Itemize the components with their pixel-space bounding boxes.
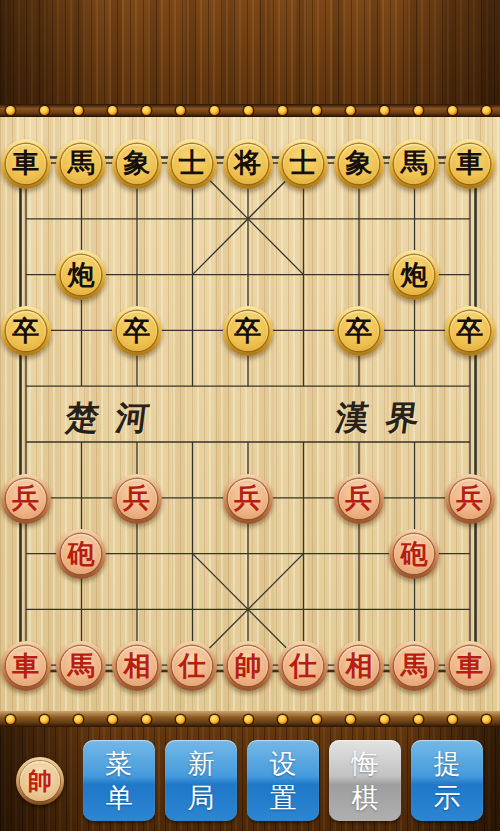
piece-face: 兵 — [450, 479, 490, 519]
piece-face: 砲 — [61, 534, 101, 574]
piece-black-elephant[interactable]: 象 — [334, 139, 384, 189]
piece-char: 車 — [456, 652, 483, 679]
button-char: 局 — [188, 782, 215, 814]
button-char: 菜 — [106, 748, 133, 780]
piece-face: 車 — [450, 144, 490, 184]
piece-char: 帥 — [234, 652, 261, 679]
rivet — [6, 106, 15, 115]
piece-face: 車 — [450, 646, 490, 686]
piece-char: 兵 — [123, 484, 150, 511]
piece-char: 兵 — [12, 484, 39, 511]
piece-char: 卒 — [123, 317, 150, 344]
piece-black-advisor[interactable]: 士 — [167, 139, 217, 189]
piece-red-chariot[interactable]: 車 — [445, 641, 495, 691]
piece-black-soldier[interactable]: 卒 — [112, 306, 162, 356]
piece-red-horse[interactable]: 馬 — [389, 641, 439, 691]
rivet — [312, 715, 321, 724]
rivet — [414, 715, 423, 724]
piece-black-soldier[interactable]: 卒 — [1, 306, 51, 356]
piece-red-soldier[interactable]: 兵 — [334, 474, 384, 524]
piece-black-chariot[interactable]: 車 — [1, 139, 51, 189]
piece-face: 卒 — [339, 311, 379, 351]
button-char: 提 — [434, 748, 461, 780]
rivet — [176, 715, 185, 724]
piece-face: 兵 — [117, 479, 157, 519]
piece-char: 相 — [123, 652, 150, 679]
button-undo[interactable]: 悔棋 — [329, 740, 401, 821]
piece-black-soldier[interactable]: 卒 — [445, 306, 495, 356]
rivet — [244, 715, 253, 724]
rivet — [346, 715, 355, 724]
rivet — [176, 106, 185, 115]
piece-face: 馬 — [394, 646, 434, 686]
rivet — [482, 715, 491, 724]
button-new-game[interactable]: 新局 — [165, 740, 237, 821]
piece-char: 卒 — [12, 317, 39, 344]
rivet — [142, 106, 151, 115]
piece-char: 象 — [345, 149, 372, 176]
piece-face: 卒 — [228, 311, 268, 351]
piece-face: 兵 — [228, 479, 268, 519]
piece-black-horse[interactable]: 馬 — [56, 139, 106, 189]
piece-face: 仕 — [172, 646, 212, 686]
button-settings[interactable]: 设置 — [247, 740, 319, 821]
piece-black-chariot[interactable]: 車 — [445, 139, 495, 189]
piece-face: 砲 — [394, 534, 434, 574]
rivet — [312, 106, 321, 115]
piece-black-soldier[interactable]: 卒 — [334, 306, 384, 356]
piece-face: 卒 — [6, 311, 46, 351]
piece-char: 車 — [12, 149, 39, 176]
piece-face: 卒 — [117, 311, 157, 351]
piece-face: 仕 — [283, 646, 323, 686]
piece-face: 相 — [117, 646, 157, 686]
rivet — [40, 106, 49, 115]
piece-char: 炮 — [68, 261, 95, 288]
piece-red-soldier[interactable]: 兵 — [445, 474, 495, 524]
piece-face: 将 — [228, 144, 268, 184]
piece-red-elephant[interactable]: 相 — [334, 641, 384, 691]
toolbar-button-bar: 菜单新局设置悔棋提示 — [0, 740, 500, 821]
rivet — [448, 715, 457, 724]
button-menu[interactable]: 菜单 — [83, 740, 155, 821]
rivet — [278, 106, 287, 115]
rivet — [74, 715, 83, 724]
button-char: 悔 — [352, 748, 379, 780]
piece-char: 卒 — [345, 317, 372, 344]
piece-black-horse[interactable]: 馬 — [389, 139, 439, 189]
rivet — [244, 106, 253, 115]
piece-black-elephant[interactable]: 象 — [112, 139, 162, 189]
piece-char: 馬 — [68, 652, 95, 679]
piece-face: 車 — [6, 144, 46, 184]
rivet — [6, 715, 15, 724]
button-char: 设 — [270, 748, 297, 780]
piece-char: 兵 — [345, 484, 372, 511]
piece-black-general[interactable]: 将 — [223, 139, 273, 189]
piece-char: 馬 — [401, 149, 428, 176]
piece-face: 車 — [6, 646, 46, 686]
piece-char: 砲 — [68, 540, 95, 567]
rivet — [210, 715, 219, 724]
piece-char: 馬 — [68, 149, 95, 176]
piece-char: 車 — [12, 652, 39, 679]
piece-char: 仕 — [290, 652, 317, 679]
rivet — [40, 715, 49, 724]
rivet — [142, 715, 151, 724]
piece-red-advisor[interactable]: 仕 — [278, 641, 328, 691]
piece-char: 士 — [179, 149, 206, 176]
piece-char: 将 — [234, 149, 261, 176]
piece-red-cannon[interactable]: 砲 — [389, 529, 439, 579]
piece-red-elephant[interactable]: 相 — [112, 641, 162, 691]
rivet — [482, 106, 491, 115]
piece-face: 象 — [117, 144, 157, 184]
bottom-rivet-rail — [0, 711, 500, 727]
rivet — [448, 106, 457, 115]
piece-char: 炮 — [401, 261, 428, 288]
piece-face: 士 — [283, 144, 323, 184]
button-char: 示 — [434, 782, 461, 814]
top-rivet-rail — [0, 104, 500, 117]
piece-face: 兵 — [6, 479, 46, 519]
piece-red-soldier[interactable]: 兵 — [223, 474, 273, 524]
piece-red-cannon[interactable]: 砲 — [56, 529, 106, 579]
rivet — [380, 106, 389, 115]
piece-char: 相 — [345, 652, 372, 679]
piece-face: 卒 — [450, 311, 490, 351]
rivet — [108, 715, 117, 724]
piece-face: 炮 — [61, 255, 101, 295]
rivet — [278, 715, 287, 724]
piece-char: 士 — [290, 149, 317, 176]
piece-face: 馬 — [61, 646, 101, 686]
piece-char: 卒 — [456, 317, 483, 344]
piece-black-cannon[interactable]: 炮 — [56, 250, 106, 300]
piece-face: 象 — [339, 144, 379, 184]
top-wood-frame — [0, 0, 500, 104]
piece-char: 車 — [456, 149, 483, 176]
xiangqi-app-screen: 楚河 漢界 車馬象士将士象馬車炮炮卒卒卒卒卒兵兵兵兵兵砲砲車馬相仕帥仕相馬車 帥… — [0, 0, 500, 831]
piece-face: 帥 — [228, 646, 268, 686]
piece-red-chariot[interactable]: 車 — [1, 641, 51, 691]
piece-char: 卒 — [234, 317, 261, 344]
piece-face: 馬 — [61, 144, 101, 184]
rivet — [210, 106, 219, 115]
piece-char: 兵 — [234, 484, 261, 511]
piece-face: 炮 — [394, 255, 434, 295]
rivet — [108, 106, 117, 115]
rivet — [414, 106, 423, 115]
piece-black-advisor[interactable]: 士 — [278, 139, 328, 189]
rivet — [74, 106, 83, 115]
piece-char: 砲 — [401, 540, 428, 567]
rivet — [346, 106, 355, 115]
piece-black-cannon[interactable]: 炮 — [389, 250, 439, 300]
button-char: 棋 — [352, 782, 379, 814]
piece-red-soldier[interactable]: 兵 — [112, 474, 162, 524]
piece-grid: 車馬象士将士象馬車炮炮卒卒卒卒卒兵兵兵兵兵砲砲車馬相仕帥仕相馬車 — [0, 136, 498, 694]
piece-char: 象 — [123, 149, 150, 176]
piece-char: 仕 — [179, 652, 206, 679]
piece-face: 兵 — [339, 479, 379, 519]
xiangqi-board[interactable]: 楚河 漢界 車馬象士将士象馬車炮炮卒卒卒卒卒兵兵兵兵兵砲砲車馬相仕帥仕相馬車 — [0, 117, 500, 711]
piece-red-soldier[interactable]: 兵 — [1, 474, 51, 524]
piece-face: 相 — [339, 646, 379, 686]
piece-black-soldier[interactable]: 卒 — [223, 306, 273, 356]
rivet — [380, 715, 389, 724]
piece-face: 士 — [172, 144, 212, 184]
piece-char: 兵 — [456, 484, 483, 511]
piece-red-general[interactable]: 帥 — [223, 641, 273, 691]
piece-char: 馬 — [401, 652, 428, 679]
piece-red-advisor[interactable]: 仕 — [167, 641, 217, 691]
button-char: 新 — [188, 748, 215, 780]
piece-red-horse[interactable]: 馬 — [56, 641, 106, 691]
button-hint[interactable]: 提示 — [411, 740, 483, 821]
button-char: 单 — [106, 782, 133, 814]
button-char: 置 — [270, 782, 297, 814]
piece-face: 馬 — [394, 144, 434, 184]
